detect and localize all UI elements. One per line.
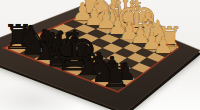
chess-board <box>0 0 200 110</box>
chess-set-product-photo: ♜♞♝♛♚♝♞♜♟♟♟♟♟♟♟♟♟♟♟♟♟♟♟♟♜♞♝♛♚♝♞♜ <box>0 0 200 110</box>
